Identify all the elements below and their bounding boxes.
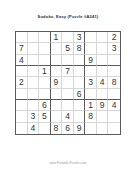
sudoku-cell-r4c8 [97,66,109,77]
sudoku-cell-r3c2 [28,55,40,66]
sudoku-cell-r4c3: 1 [39,66,51,77]
sudoku-cell-r5c3 [39,77,51,88]
sudoku-cell-r1c4: 1 [51,32,63,43]
sudoku-cell-r6c2 [28,89,40,100]
sudoku-cell-r8c6 [74,111,86,122]
sudoku-cell-r7c8: 9 [97,100,109,111]
sudoku-cell-r4c7 [85,66,97,77]
sudoku-grid: 13275834917293486619435484869 [15,31,121,135]
sudoku-cell-r4c9 [108,66,120,77]
sudoku-cell-r4c5: 7 [62,66,74,77]
sudoku-cell-r7c3: 6 [39,100,51,111]
puzzle-page: Sudoku, Easy (Puzzle #A241) 132758349172… [0,0,136,176]
sudoku-cell-r9c6: 9 [74,123,86,134]
sudoku-cell-r1c3 [39,32,51,43]
sudoku-cell-r8c1 [16,111,28,122]
sudoku-cell-r6c9 [108,89,120,100]
sudoku-cell-r3c9 [108,55,120,66]
sudoku-cell-r5c4: 9 [51,77,63,88]
sudoku-cell-r2c7 [85,43,97,54]
sudoku-cell-r8c8 [97,111,109,122]
sudoku-cell-r1c5 [62,32,74,43]
sudoku-cell-r9c7 [85,123,97,134]
sudoku-cell-r2c1: 7 [16,43,28,54]
sudoku-cell-r4c2 [28,66,40,77]
sudoku-cell-r3c5 [62,55,74,66]
sudoku-cell-r8c3: 5 [39,111,51,122]
sudoku-cell-r6c4 [51,89,63,100]
sudoku-cell-r3c3 [39,55,51,66]
sudoku-cell-r8c2: 3 [28,111,40,122]
sudoku-cell-r9c3 [39,123,51,134]
sudoku-cell-r2c2 [28,43,40,54]
sudoku-cell-r7c4 [51,100,63,111]
sudoku-cell-r3c1: 4 [16,55,28,66]
sudoku-cell-r4c1 [16,66,28,77]
sudoku-cell-r5c6 [74,77,86,88]
sudoku-cell-r7c2 [28,100,40,111]
sudoku-cell-r5c1: 2 [16,77,28,88]
sudoku-cell-r1c1 [16,32,28,43]
sudoku-cell-r4c4 [51,66,63,77]
sudoku-cell-r8c7: 8 [85,111,97,122]
sudoku-cell-r7c9: 4 [108,100,120,111]
sudoku-cell-r1c2 [28,32,40,43]
sudoku-cell-r9c5: 6 [62,123,74,134]
sudoku-cell-r5c2 [28,77,40,88]
sudoku-cell-r1c8 [97,32,109,43]
sudoku-cell-r5c9: 8 [108,77,120,88]
sudoku-cell-r9c8 [97,123,109,134]
sudoku-cell-r9c2: 4 [28,123,40,134]
sudoku-cell-r3c8 [97,55,109,66]
sudoku-cell-r9c9 [108,123,120,134]
sudoku-cell-r3c4 [51,55,63,66]
sudoku-cell-r8c5: 4 [62,111,74,122]
sudoku-cell-r7c6 [74,100,86,111]
sudoku-cell-r6c7 [85,89,97,100]
sudoku-cell-r6c8 [97,89,109,100]
sudoku-cell-r2c4 [51,43,63,54]
sudoku-cell-r7c7: 1 [85,100,97,111]
sudoku-cell-r1c7 [85,32,97,43]
sudoku-cell-r5c7: 3 [85,77,97,88]
sudoku-cell-r2c6: 8 [74,43,86,54]
sudoku-cell-r2c3 [39,43,51,54]
footer-url: www.Printable-Puzzles.com [0,161,136,165]
sudoku-cell-r5c8: 4 [97,77,109,88]
sudoku-cell-r8c4 [51,111,63,122]
sudoku-cell-r3c7: 9 [85,55,97,66]
page-title: Sudoku, Easy (Puzzle #A241) [0,14,136,20]
sudoku-cell-r6c6: 6 [74,89,86,100]
sudoku-cell-r9c4: 8 [51,123,63,134]
sudoku-cell-r5c5 [62,77,74,88]
sudoku-cell-r7c1 [16,100,28,111]
sudoku-cell-r6c3 [39,89,51,100]
sudoku-cell-r1c6: 3 [74,32,86,43]
sudoku-cell-r9c1 [16,123,28,134]
sudoku-cell-r4c6 [74,66,86,77]
sudoku-cell-r6c1 [16,89,28,100]
sudoku-cell-r3c6 [74,55,86,66]
sudoku-cell-r7c5 [62,100,74,111]
sudoku-cell-r6c5 [62,89,74,100]
sudoku-cell-r1c9: 2 [108,32,120,43]
sudoku-cell-r8c9 [108,111,120,122]
sudoku-cell-r2c9: 3 [108,43,120,54]
sudoku-cell-r2c5: 5 [62,43,74,54]
sudoku-cell-r2c8 [97,43,109,54]
